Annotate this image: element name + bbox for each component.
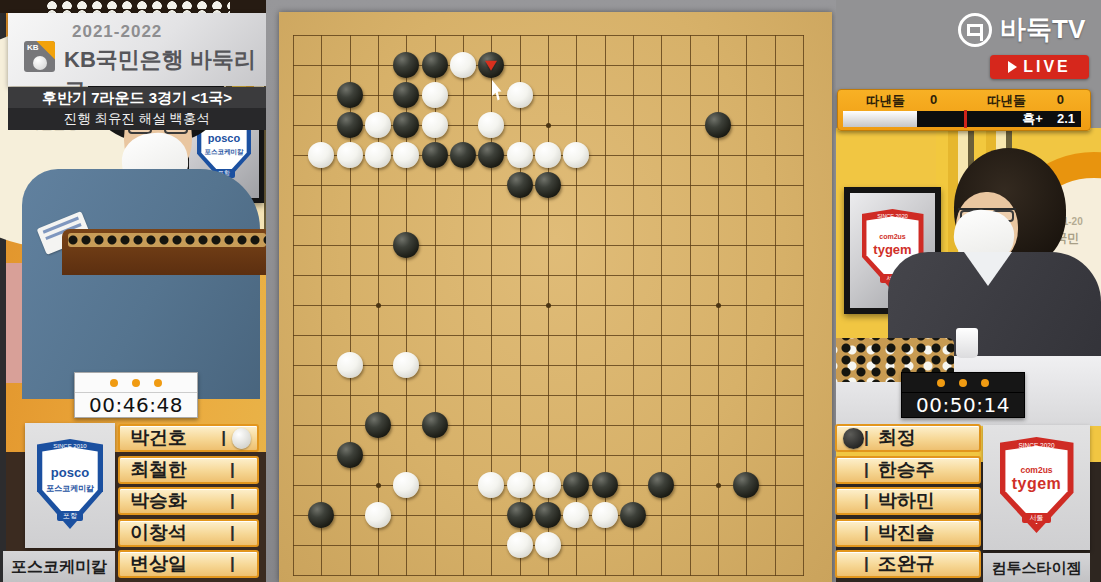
stone-white bbox=[563, 142, 589, 168]
posco-team-card: SINCE 2010 posco 포스코케미칼 포항 bbox=[25, 423, 115, 548]
player-name: 최정 bbox=[878, 425, 971, 451]
stone-black bbox=[705, 112, 731, 138]
player-name: 박건호 bbox=[130, 425, 213, 451]
right-team-name-strip: 컴투스타이젬 bbox=[983, 553, 1090, 582]
stone-black bbox=[507, 502, 533, 528]
stone-white bbox=[393, 352, 419, 378]
stone-black bbox=[422, 142, 448, 168]
separator: | bbox=[230, 491, 235, 511]
stone-black bbox=[592, 472, 618, 498]
roster-row: | 박진솔 bbox=[835, 519, 981, 547]
separator: | bbox=[864, 428, 869, 448]
channel-name: 바둑TV bbox=[1000, 12, 1085, 47]
black-stone-indicator bbox=[843, 428, 864, 449]
separator: | bbox=[230, 460, 235, 480]
stone-white bbox=[393, 142, 419, 168]
stone-black bbox=[393, 112, 419, 138]
stone-white bbox=[365, 142, 391, 168]
separator: | bbox=[864, 523, 869, 543]
stone-white bbox=[422, 82, 448, 108]
stone-black bbox=[422, 412, 448, 438]
stone-white bbox=[393, 472, 419, 498]
player-name: 최철한 bbox=[130, 457, 222, 483]
eval-label: 흑+ bbox=[1022, 111, 1043, 127]
white-segment bbox=[843, 111, 917, 127]
player-name: 박하민 bbox=[878, 488, 971, 514]
stone-slot bbox=[843, 428, 864, 449]
star-point bbox=[376, 303, 381, 308]
stone-black bbox=[365, 412, 391, 438]
star-point bbox=[716, 303, 721, 308]
kb-logo-text: KB bbox=[27, 43, 39, 52]
separator: | bbox=[864, 460, 869, 480]
stone-white bbox=[507, 472, 533, 498]
separator: | bbox=[230, 554, 235, 574]
player-name: 박진솔 bbox=[878, 520, 971, 546]
stone-black bbox=[393, 52, 419, 78]
roster-row: | 한승주 bbox=[835, 456, 981, 484]
shield-brand-kr: 포스코케미칼 bbox=[37, 483, 103, 494]
match-info-strip: 후반기 7라운드 3경기 <1국> bbox=[8, 87, 266, 108]
stone-black bbox=[478, 52, 504, 78]
stone-bowl-photo bbox=[0, 0, 266, 13]
paper-cup bbox=[956, 328, 978, 358]
stone-black bbox=[563, 472, 589, 498]
evaluation-text: 흑+ 2.1 bbox=[1022, 111, 1075, 127]
roster-row: 이창석 | bbox=[118, 519, 259, 547]
stone-white bbox=[337, 352, 363, 378]
eval-value: 2.1 bbox=[1057, 111, 1075, 127]
shield-brand: posco bbox=[197, 132, 251, 144]
player-name: 조완규 bbox=[878, 551, 971, 577]
baduk-tv-logo: 바둑TV bbox=[958, 12, 1085, 47]
stone-white bbox=[337, 142, 363, 168]
shield-brand: posco bbox=[37, 465, 103, 480]
black-player-clock: 00:50:14 bbox=[901, 372, 1025, 418]
stone-white bbox=[507, 532, 533, 558]
stone-black bbox=[337, 82, 363, 108]
player-name: 한승주 bbox=[878, 457, 971, 483]
player-body bbox=[22, 169, 260, 399]
live-label: LIVE bbox=[1023, 58, 1071, 76]
stone-white bbox=[450, 52, 476, 78]
clock-time: 00:50:14 bbox=[902, 393, 1024, 419]
stone-black bbox=[478, 142, 504, 168]
stone-black bbox=[422, 52, 448, 78]
black-captures-value: 0 bbox=[1057, 92, 1064, 107]
stone-black bbox=[648, 472, 674, 498]
roster-row: 최철한 | bbox=[118, 456, 259, 484]
white-player-clock: 00:46:48 bbox=[74, 372, 198, 418]
player-name: 박승화 bbox=[130, 488, 222, 514]
tygem-shield-logo: SINCE 2020 com2us tygem 서울 bbox=[1000, 437, 1074, 533]
stone-black bbox=[337, 112, 363, 138]
go-board bbox=[279, 12, 832, 582]
stone-white bbox=[478, 472, 504, 498]
stone-white bbox=[478, 112, 504, 138]
tygem-team-card: SINCE 2020 com2us tygem 서울 bbox=[983, 425, 1090, 550]
shield-brand: tygem bbox=[1000, 475, 1074, 493]
clock-indicator-dots bbox=[75, 373, 197, 393]
stone-black bbox=[620, 502, 646, 528]
white-captures-label: 따낸돌 bbox=[866, 92, 905, 110]
shield-since: SINCE 2020 bbox=[1000, 442, 1074, 449]
player-name: 이창석 bbox=[130, 520, 222, 546]
goban-table bbox=[62, 229, 266, 275]
stone-black bbox=[337, 442, 363, 468]
left-team-name-strip: 포스코케미칼 bbox=[3, 551, 115, 582]
kb-logo-stone bbox=[33, 56, 47, 70]
roster-row: 박승화 | bbox=[118, 487, 259, 515]
white-stone-indicator bbox=[232, 428, 251, 449]
roster-row: 변상일 | bbox=[118, 550, 259, 578]
season-label: 2021-2022 bbox=[72, 22, 162, 42]
stone-black bbox=[733, 472, 759, 498]
league-banner: KB 2021-2022 KB국민은행 바둑리그 bbox=[8, 13, 266, 86]
shield-city: 포항 bbox=[57, 511, 83, 521]
play-icon bbox=[1008, 61, 1017, 73]
board-backdrop bbox=[266, 0, 837, 582]
stone-black bbox=[393, 232, 419, 258]
stone-white bbox=[563, 502, 589, 528]
white-captures-value: 0 bbox=[930, 92, 937, 107]
capture-labels: 따낸돌 0 따낸돌 0 bbox=[838, 92, 1090, 110]
shield-brand-small: com2us bbox=[862, 233, 924, 240]
black-captures-label: 따낸돌 bbox=[987, 92, 1026, 110]
stone-white bbox=[365, 112, 391, 138]
star-point bbox=[376, 483, 381, 488]
stone-black bbox=[535, 502, 561, 528]
baduk-tv-icon bbox=[958, 13, 992, 47]
player-name: 변상일 bbox=[130, 551, 222, 577]
midpoint-tick bbox=[964, 110, 967, 128]
stone-black bbox=[393, 82, 419, 108]
board-grid bbox=[279, 20, 817, 582]
stone-black bbox=[535, 172, 561, 198]
stone-black bbox=[507, 172, 533, 198]
stone-white bbox=[507, 82, 533, 108]
separator: | bbox=[230, 523, 235, 543]
win-rate-bar: 흑+ 2.1 bbox=[843, 111, 1081, 127]
left-team-roster: 박건호 | 최철한 | 박승화 | 이창석 | 변상일 | bbox=[118, 424, 259, 578]
stone-white bbox=[308, 142, 334, 168]
star-point bbox=[716, 483, 721, 488]
stone-black bbox=[308, 502, 334, 528]
shield-since: SINCE 2010 bbox=[37, 443, 103, 449]
live-badge: LIVE bbox=[990, 55, 1089, 79]
roster-row: | 박하민 bbox=[835, 487, 981, 515]
right-team-roster: | 최정 | 한승주 | 박하민 | 박진솔 | 조완규 bbox=[835, 424, 981, 578]
stone-white bbox=[507, 142, 533, 168]
stone-white bbox=[365, 502, 391, 528]
star-point bbox=[546, 123, 551, 128]
stone-white bbox=[592, 502, 618, 528]
posco-shield-logo: SINCE 2010 posco 포스코케미칼 포항 bbox=[37, 439, 103, 529]
kb-logo: KB bbox=[24, 41, 55, 72]
roster-row: | 최정 bbox=[835, 424, 981, 452]
clock-indicator-dots bbox=[902, 373, 1024, 393]
star-point bbox=[546, 303, 551, 308]
last-move-marker bbox=[485, 61, 497, 71]
roster-row: 박건호 | bbox=[118, 424, 259, 452]
stone-white bbox=[535, 532, 561, 558]
shield-brand-kr: 포스코케미칼 bbox=[197, 148, 251, 157]
broadcast-screen: 2021-2022 KB국민은행 SINCE 2010 posco 포스코케미칼… bbox=[0, 0, 1101, 582]
stone-white bbox=[535, 472, 561, 498]
roster-row: | 조완규 bbox=[835, 550, 981, 578]
separator: | bbox=[864, 491, 869, 511]
stone-white bbox=[422, 112, 448, 138]
shield-city: 서울 bbox=[1022, 513, 1050, 523]
stone-white bbox=[535, 142, 561, 168]
clock-time: 00:46:48 bbox=[75, 393, 197, 419]
separator: | bbox=[864, 554, 869, 574]
shield-since: SINCE 2020 bbox=[862, 213, 924, 219]
score-panel: 따낸돌 0 따낸돌 0 흑+ 2.1 bbox=[837, 89, 1091, 131]
shield-brand-small: com2us bbox=[1000, 465, 1074, 475]
separator: | bbox=[221, 428, 226, 448]
stone-black bbox=[450, 142, 476, 168]
crew-strip: 진행 최유진 해설 백홍석 bbox=[8, 108, 266, 130]
